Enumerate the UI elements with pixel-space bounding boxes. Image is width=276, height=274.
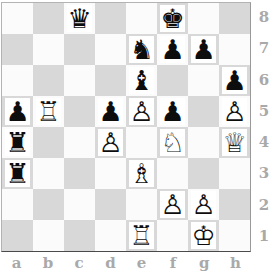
square-e3[interactable]: ♗ <box>126 158 157 189</box>
square-d6[interactable] <box>95 65 126 96</box>
square-d8[interactable] <box>95 3 126 34</box>
square-g8[interactable] <box>188 3 219 34</box>
file-label-e: e <box>126 253 157 274</box>
square-f8[interactable]: ♚ <box>157 3 188 34</box>
square-h8[interactable] <box>219 3 250 34</box>
piece-white-king[interactable]: ♔ <box>188 220 219 251</box>
square-c8[interactable]: ♛ <box>64 3 95 34</box>
square-e8[interactable] <box>126 3 157 34</box>
square-g7[interactable]: ♟ <box>188 34 219 65</box>
piece-white-pawn[interactable]: ♙ <box>95 127 126 158</box>
square-h3[interactable] <box>219 158 250 189</box>
piece-black-pawn[interactable]: ♟ <box>157 96 188 127</box>
square-b8[interactable] <box>33 3 64 34</box>
file-label-h: h <box>220 253 251 274</box>
file-label-b: b <box>32 253 63 274</box>
piece-white-rook[interactable]: ♖ <box>33 96 64 127</box>
square-c5[interactable] <box>64 96 95 127</box>
square-f4[interactable]: ♘ <box>157 127 188 158</box>
square-b6[interactable] <box>33 65 64 96</box>
square-f5[interactable]: ♟ <box>157 96 188 127</box>
square-b3[interactable] <box>33 158 64 189</box>
square-f1[interactable] <box>157 220 188 251</box>
rank-label-6: 6 <box>252 65 276 96</box>
piece-white-pawn[interactable]: ♙ <box>126 96 157 127</box>
square-f3[interactable] <box>157 158 188 189</box>
square-a4[interactable]: ♜ <box>2 127 33 158</box>
square-b7[interactable] <box>33 34 64 65</box>
square-b2[interactable] <box>33 189 64 220</box>
file-label-c: c <box>64 253 95 274</box>
square-g4[interactable] <box>188 127 219 158</box>
square-d1[interactable] <box>95 220 126 251</box>
piece-white-knight[interactable]: ♘ <box>157 127 188 158</box>
square-c2[interactable] <box>64 189 95 220</box>
square-f2[interactable]: ♙ <box>157 189 188 220</box>
square-h5[interactable]: ♙ <box>219 96 250 127</box>
square-c3[interactable] <box>64 158 95 189</box>
square-c7[interactable] <box>64 34 95 65</box>
square-b1[interactable] <box>33 220 64 251</box>
square-a6[interactable] <box>2 65 33 96</box>
square-a8[interactable] <box>2 3 33 34</box>
piece-white-rook[interactable]: ♖ <box>126 220 157 251</box>
piece-black-pawn[interactable]: ♟ <box>2 96 33 127</box>
square-h4[interactable]: ♕ <box>219 127 250 158</box>
file-labels: abcdefgh <box>1 253 251 274</box>
square-e7[interactable]: ♞ <box>126 34 157 65</box>
piece-black-queen[interactable]: ♛ <box>64 3 95 34</box>
square-a3[interactable]: ♜ <box>2 158 33 189</box>
square-h7[interactable] <box>219 34 250 65</box>
piece-white-bishop[interactable]: ♗ <box>126 158 157 189</box>
square-e1[interactable]: ♖ <box>126 220 157 251</box>
square-c6[interactable] <box>64 65 95 96</box>
piece-white-pawn[interactable]: ♙ <box>188 189 219 220</box>
piece-black-pawn[interactable]: ♟ <box>157 34 188 65</box>
piece-black-king[interactable]: ♚ <box>157 3 188 34</box>
file-label-f: f <box>157 253 188 274</box>
square-e4[interactable] <box>126 127 157 158</box>
piece-black-rook[interactable]: ♜ <box>2 158 33 189</box>
square-f6[interactable] <box>157 65 188 96</box>
square-d3[interactable] <box>95 158 126 189</box>
square-d4[interactable]: ♙ <box>95 127 126 158</box>
piece-white-queen[interactable]: ♕ <box>219 127 250 158</box>
square-c1[interactable] <box>64 220 95 251</box>
square-a1[interactable] <box>2 220 33 251</box>
piece-white-pawn[interactable]: ♙ <box>157 189 188 220</box>
piece-black-knight[interactable]: ♞ <box>126 34 157 65</box>
piece-black-bishop[interactable]: ♝ <box>126 65 157 96</box>
square-h6[interactable]: ♟ <box>219 65 250 96</box>
square-g5[interactable] <box>188 96 219 127</box>
square-g6[interactable] <box>188 65 219 96</box>
piece-black-pawn[interactable]: ♟ <box>188 34 219 65</box>
square-b5[interactable]: ♖ <box>33 96 64 127</box>
square-h1[interactable] <box>219 220 250 251</box>
square-b4[interactable] <box>33 127 64 158</box>
file-label-d: d <box>95 253 126 274</box>
rank-label-2: 2 <box>252 190 276 221</box>
square-c4[interactable] <box>64 127 95 158</box>
square-f7[interactable]: ♟ <box>157 34 188 65</box>
piece-black-rook[interactable]: ♜ <box>2 127 33 158</box>
chess-diagram: ♛♚♞♟♟♝♟♟♖♟♙♟♙♜♙♘♕♜♗♙♙♖♔ 87654321 abcdefg… <box>0 0 276 274</box>
file-label-g: g <box>189 253 220 274</box>
rank-label-3: 3 <box>252 158 276 189</box>
rank-label-1: 1 <box>252 221 276 252</box>
piece-black-pawn[interactable]: ♟ <box>95 96 126 127</box>
square-d2[interactable] <box>95 189 126 220</box>
piece-white-pawn[interactable]: ♙ <box>219 96 250 127</box>
rank-label-4: 4 <box>252 127 276 158</box>
square-a2[interactable] <box>2 189 33 220</box>
rank-label-7: 7 <box>252 33 276 64</box>
square-a5[interactable]: ♟ <box>2 96 33 127</box>
square-d7[interactable] <box>95 34 126 65</box>
square-d5[interactable]: ♟ <box>95 96 126 127</box>
file-label-a: a <box>1 253 32 274</box>
square-e6[interactable]: ♝ <box>126 65 157 96</box>
square-a7[interactable] <box>2 34 33 65</box>
rank-label-5: 5 <box>252 96 276 127</box>
square-g1[interactable]: ♔ <box>188 220 219 251</box>
rank-label-8: 8 <box>252 2 276 33</box>
square-e5[interactable]: ♙ <box>126 96 157 127</box>
square-h2[interactable] <box>219 189 250 220</box>
square-e2[interactable] <box>126 189 157 220</box>
square-g3[interactable] <box>188 158 219 189</box>
square-g2[interactable]: ♙ <box>188 189 219 220</box>
piece-black-pawn[interactable]: ♟ <box>219 65 250 96</box>
chess-board: ♛♚♞♟♟♝♟♟♖♟♙♟♙♜♙♘♕♜♗♙♙♖♔ <box>1 2 251 252</box>
rank-labels: 87654321 <box>252 2 276 252</box>
